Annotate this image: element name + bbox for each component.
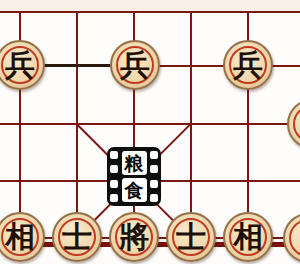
food-char-top: 粮: [122, 151, 147, 175]
xiangqi-board: 粮 食 兵兵兵相士將士相: [0, 0, 300, 264]
piece-soldier[interactable]: 兵: [110, 40, 160, 90]
piece-elephant[interactable]: 相: [0, 212, 45, 262]
grid-line-horizontal: [0, 11, 300, 13]
food-marker-holes-right: [150, 151, 158, 202]
piece-glyph: 兵: [120, 50, 150, 80]
river-band: [0, 0, 300, 11]
film-hole-icon: [110, 180, 118, 188]
piece-advisor[interactable]: 士: [166, 212, 216, 262]
piece-edge-cut-piece[interactable]: [283, 213, 300, 263]
film-hole-icon: [110, 165, 118, 173]
piece-glyph: 士: [176, 222, 206, 252]
grid-line-horizontal: [0, 123, 300, 125]
film-hole-icon: [150, 165, 158, 173]
piece-glyph: 相: [5, 222, 35, 252]
film-hole-icon: [150, 151, 158, 159]
piece-glyph: 兵: [233, 50, 263, 80]
piece-general[interactable]: 將: [109, 212, 159, 262]
film-hole-icon: [150, 194, 158, 202]
piece-glyph: 士: [62, 222, 92, 252]
piece-glyph: 相: [233, 222, 263, 252]
film-hole-icon: [110, 151, 118, 159]
piece-glyph: 兵: [5, 50, 35, 80]
food-marker[interactable]: 粮 食: [107, 147, 161, 206]
food-marker-holes-left: [110, 151, 118, 202]
food-marker-labels: 粮 食: [122, 151, 147, 202]
piece-soldier[interactable]: 兵: [223, 40, 273, 90]
grid-line-vertical: [190, 12, 192, 244]
film-hole-icon: [110, 194, 118, 202]
grid-line-vertical: [76, 12, 78, 244]
film-hole-icon: [150, 180, 158, 188]
piece-elephant[interactable]: 相: [223, 212, 273, 262]
screenshot: 粮 食 兵兵兵相士將士相: [0, 0, 300, 264]
piece-advisor[interactable]: 士: [52, 212, 102, 262]
piece-glyph: 將: [119, 222, 149, 252]
food-char-bottom: 食: [122, 178, 147, 202]
